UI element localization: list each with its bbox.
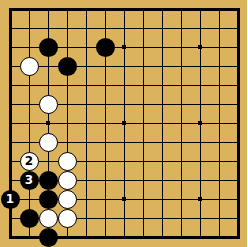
intersection-c10r10[interactable] bbox=[172, 171, 191, 190]
intersection-c13r3[interactable] bbox=[229, 38, 248, 57]
intersection-c6r7[interactable] bbox=[96, 114, 115, 133]
intersection-c13r4[interactable] bbox=[229, 57, 248, 76]
intersection-c6r3[interactable] bbox=[96, 38, 115, 57]
intersection-c2r5[interactable] bbox=[20, 76, 39, 95]
intersection-c4r9[interactable] bbox=[58, 152, 77, 171]
intersection-c2r13[interactable] bbox=[20, 228, 39, 247]
intersection-c9r11[interactable] bbox=[153, 190, 172, 209]
intersection-c8r9[interactable] bbox=[134, 152, 153, 171]
intersection-c5r1[interactable] bbox=[77, 0, 96, 19]
intersection-c3r7[interactable] bbox=[39, 114, 58, 133]
intersection-c4r6[interactable] bbox=[58, 95, 77, 114]
move-number-label: 1 bbox=[6, 193, 14, 205]
intersection-c1r11[interactable]: 1 bbox=[1, 190, 20, 209]
intersection-c12r2[interactable] bbox=[210, 19, 229, 38]
intersection-c5r8[interactable] bbox=[77, 133, 96, 152]
intersection-c5r6[interactable] bbox=[77, 95, 96, 114]
intersection-c11r4[interactable] bbox=[191, 57, 210, 76]
intersection-c11r2[interactable] bbox=[191, 19, 210, 38]
intersection-c9r5[interactable] bbox=[153, 76, 172, 95]
intersection-c6r2[interactable] bbox=[96, 19, 115, 38]
intersection-c7r4[interactable] bbox=[115, 57, 134, 76]
intersection-c7r9[interactable] bbox=[115, 152, 134, 171]
intersection-c4r5[interactable] bbox=[58, 76, 77, 95]
intersection-c10r7[interactable] bbox=[172, 114, 191, 133]
intersection-c11r10[interactable] bbox=[191, 171, 210, 190]
intersection-c5r9[interactable] bbox=[77, 152, 96, 171]
intersection-c8r11[interactable] bbox=[134, 190, 153, 209]
intersection-c4r3[interactable] bbox=[58, 38, 77, 57]
black-stone bbox=[20, 209, 39, 228]
intersection-c9r1[interactable] bbox=[153, 0, 172, 19]
intersection-c10r13[interactable] bbox=[172, 228, 191, 247]
intersection-c12r8[interactable] bbox=[210, 133, 229, 152]
intersection-c9r8[interactable] bbox=[153, 133, 172, 152]
intersection-c4r7[interactable] bbox=[58, 114, 77, 133]
intersection-c11r12[interactable] bbox=[191, 209, 210, 228]
intersection-c8r8[interactable] bbox=[134, 133, 153, 152]
intersection-c6r12[interactable] bbox=[96, 209, 115, 228]
intersection-c8r12[interactable] bbox=[134, 209, 153, 228]
intersection-c1r13[interactable] bbox=[1, 228, 20, 247]
intersection-c4r8[interactable] bbox=[58, 133, 77, 152]
black-stone bbox=[39, 171, 58, 190]
intersection-c5r13[interactable] bbox=[77, 228, 96, 247]
intersection-c5r7[interactable] bbox=[77, 114, 96, 133]
intersection-c1r7[interactable] bbox=[1, 114, 20, 133]
intersection-c10r8[interactable] bbox=[172, 133, 191, 152]
intersection-c10r1[interactable] bbox=[172, 0, 191, 19]
intersection-c8r6[interactable] bbox=[134, 95, 153, 114]
intersection-c3r12[interactable] bbox=[39, 209, 58, 228]
intersection-c10r12[interactable] bbox=[172, 209, 191, 228]
intersection-c11r1[interactable] bbox=[191, 0, 210, 19]
intersection-c13r5[interactable] bbox=[229, 76, 248, 95]
move-number-label: 2 bbox=[25, 155, 33, 167]
white-stone bbox=[58, 209, 77, 228]
intersection-c8r1[interactable] bbox=[134, 0, 153, 19]
intersection-c6r1[interactable] bbox=[96, 0, 115, 19]
intersection-c13r12[interactable] bbox=[229, 209, 248, 228]
intersection-c3r3[interactable] bbox=[39, 38, 58, 57]
intersection-c6r5[interactable] bbox=[96, 76, 115, 95]
black-stone bbox=[39, 228, 58, 247]
intersection-c5r2[interactable] bbox=[77, 19, 96, 38]
white-stone bbox=[39, 133, 58, 152]
intersection-c11r5[interactable] bbox=[191, 76, 210, 95]
intersection-c2r1[interactable] bbox=[20, 0, 39, 19]
intersection-c13r9[interactable] bbox=[229, 152, 248, 171]
black-stone: 3 bbox=[20, 171, 39, 190]
intersection-c1r1[interactable] bbox=[1, 0, 20, 19]
white-stone bbox=[39, 95, 58, 114]
intersection-c3r11[interactable] bbox=[39, 190, 58, 209]
intersection-c13r1[interactable] bbox=[229, 0, 248, 19]
intersection-c6r13[interactable] bbox=[96, 228, 115, 247]
intersection-c12r13[interactable] bbox=[210, 228, 229, 247]
black-stone bbox=[58, 57, 77, 76]
intersection-c9r6[interactable] bbox=[153, 95, 172, 114]
intersection-c7r7[interactable] bbox=[115, 114, 134, 133]
intersection-c12r1[interactable] bbox=[210, 0, 229, 19]
intersection-c12r11[interactable] bbox=[210, 190, 229, 209]
intersection-c9r2[interactable] bbox=[153, 19, 172, 38]
intersection-c6r8[interactable] bbox=[96, 133, 115, 152]
intersection-c9r9[interactable] bbox=[153, 152, 172, 171]
intersection-c13r10[interactable] bbox=[229, 171, 248, 190]
intersection-c8r4[interactable] bbox=[134, 57, 153, 76]
intersection-c3r9[interactable] bbox=[39, 152, 58, 171]
go-board[interactable]: 231 bbox=[1, 0, 248, 247]
black-stone bbox=[39, 38, 58, 57]
intersection-c7r12[interactable] bbox=[115, 209, 134, 228]
intersection-c4r13[interactable] bbox=[58, 228, 77, 247]
intersection-c9r12[interactable] bbox=[153, 209, 172, 228]
intersection-c11r11[interactable] bbox=[191, 190, 210, 209]
white-stone bbox=[58, 190, 77, 209]
intersection-c9r4[interactable] bbox=[153, 57, 172, 76]
intersection-c11r3[interactable] bbox=[191, 38, 210, 57]
intersection-c7r6[interactable] bbox=[115, 95, 134, 114]
intersection-c10r2[interactable] bbox=[172, 19, 191, 38]
intersection-c1r10[interactable] bbox=[1, 171, 20, 190]
intersection-c12r12[interactable] bbox=[210, 209, 229, 228]
intersection-c8r13[interactable] bbox=[134, 228, 153, 247]
intersection-c13r7[interactable] bbox=[229, 114, 248, 133]
intersection-c2r7[interactable] bbox=[20, 114, 39, 133]
black-stone: 1 bbox=[1, 190, 20, 209]
move-number-label: 3 bbox=[25, 174, 33, 186]
intersection-c3r4[interactable] bbox=[39, 57, 58, 76]
intersection-c3r5[interactable] bbox=[39, 76, 58, 95]
intersection-c13r13[interactable] bbox=[229, 228, 248, 247]
intersection-c10r11[interactable] bbox=[172, 190, 191, 209]
intersection-c5r11[interactable] bbox=[77, 190, 96, 209]
intersection-c12r9[interactable] bbox=[210, 152, 229, 171]
intersection-c4r12[interactable] bbox=[58, 209, 77, 228]
white-stone: 2 bbox=[20, 152, 39, 171]
intersection-c1r3[interactable] bbox=[1, 38, 20, 57]
intersection-c3r13[interactable] bbox=[39, 228, 58, 247]
intersection-c4r2[interactable] bbox=[58, 19, 77, 38]
intersection-c9r13[interactable] bbox=[153, 228, 172, 247]
white-stone bbox=[58, 171, 77, 190]
intersection-c10r5[interactable] bbox=[172, 76, 191, 95]
intersection-c13r2[interactable] bbox=[229, 19, 248, 38]
intersection-c7r1[interactable] bbox=[115, 0, 134, 19]
intersection-c2r2[interactable] bbox=[20, 19, 39, 38]
intersection-c1r2[interactable] bbox=[1, 19, 20, 38]
intersection-c13r11[interactable] bbox=[229, 190, 248, 209]
intersection-c1r8[interactable] bbox=[1, 133, 20, 152]
intersection-c8r3[interactable] bbox=[134, 38, 153, 57]
intersection-c4r4[interactable] bbox=[58, 57, 77, 76]
intersection-c3r2[interactable] bbox=[39, 19, 58, 38]
intersection-c2r3[interactable] bbox=[20, 38, 39, 57]
intersection-c7r2[interactable] bbox=[115, 19, 134, 38]
intersection-c12r3[interactable] bbox=[210, 38, 229, 57]
intersection-c1r5[interactable] bbox=[1, 76, 20, 95]
intersection-c10r6[interactable] bbox=[172, 95, 191, 114]
intersection-c6r6[interactable] bbox=[96, 95, 115, 114]
intersection-c1r4[interactable] bbox=[1, 57, 20, 76]
intersection-c10r3[interactable] bbox=[172, 38, 191, 57]
intersection-c12r4[interactable] bbox=[210, 57, 229, 76]
intersection-c7r8[interactable] bbox=[115, 133, 134, 152]
intersection-c8r5[interactable] bbox=[134, 76, 153, 95]
intersection-c1r6[interactable] bbox=[1, 95, 20, 114]
intersection-c7r13[interactable] bbox=[115, 228, 134, 247]
intersection-c4r11[interactable] bbox=[58, 190, 77, 209]
intersection-c13r6[interactable] bbox=[229, 95, 248, 114]
intersection-c9r7[interactable] bbox=[153, 114, 172, 133]
intersection-c2r9[interactable]: 2 bbox=[20, 152, 39, 171]
intersection-c2r4[interactable] bbox=[20, 57, 39, 76]
intersection-c5r10[interactable] bbox=[77, 171, 96, 190]
intersection-c9r3[interactable] bbox=[153, 38, 172, 57]
intersection-c11r7[interactable] bbox=[191, 114, 210, 133]
intersection-c6r9[interactable] bbox=[96, 152, 115, 171]
intersection-c2r10[interactable]: 3 bbox=[20, 171, 39, 190]
intersection-c8r2[interactable] bbox=[134, 19, 153, 38]
intersection-c5r12[interactable] bbox=[77, 209, 96, 228]
intersection-c10r9[interactable] bbox=[172, 152, 191, 171]
intersection-c7r10[interactable] bbox=[115, 171, 134, 190]
intersection-c6r4[interactable] bbox=[96, 57, 115, 76]
intersection-c4r10[interactable] bbox=[58, 171, 77, 190]
intersection-c11r6[interactable] bbox=[191, 95, 210, 114]
intersection-c6r11[interactable] bbox=[96, 190, 115, 209]
intersection-c12r10[interactable] bbox=[210, 171, 229, 190]
intersection-c8r10[interactable] bbox=[134, 171, 153, 190]
intersection-c3r6[interactable] bbox=[39, 95, 58, 114]
intersection-c12r6[interactable] bbox=[210, 95, 229, 114]
black-stone bbox=[96, 38, 115, 57]
intersection-c11r8[interactable] bbox=[191, 133, 210, 152]
white-stone bbox=[39, 209, 58, 228]
intersection-c11r9[interactable] bbox=[191, 152, 210, 171]
intersection-c13r8[interactable] bbox=[229, 133, 248, 152]
intersection-c9r10[interactable] bbox=[153, 171, 172, 190]
intersection-c2r8[interactable] bbox=[20, 133, 39, 152]
intersection-c4r1[interactable] bbox=[58, 0, 77, 19]
white-stone bbox=[58, 152, 77, 171]
intersection-c5r5[interactable] bbox=[77, 76, 96, 95]
intersection-c11r13[interactable] bbox=[191, 228, 210, 247]
intersection-c3r8[interactable] bbox=[39, 133, 58, 152]
intersection-c7r11[interactable] bbox=[115, 190, 134, 209]
go-board-diagram: 231 bbox=[0, 0, 247, 247]
intersection-c2r12[interactable] bbox=[20, 209, 39, 228]
intersection-c1r9[interactable] bbox=[1, 152, 20, 171]
intersection-c3r1[interactable] bbox=[39, 0, 58, 19]
intersection-c10r4[interactable] bbox=[172, 57, 191, 76]
intersection-c8r7[interactable] bbox=[134, 114, 153, 133]
intersection-c7r3[interactable] bbox=[115, 38, 134, 57]
intersection-c12r7[interactable] bbox=[210, 114, 229, 133]
black-stone bbox=[39, 190, 58, 209]
white-stone bbox=[20, 57, 39, 76]
intersection-c1r12[interactable] bbox=[1, 209, 20, 228]
intersection-c5r3[interactable] bbox=[77, 38, 96, 57]
intersection-c7r5[interactable] bbox=[115, 76, 134, 95]
intersection-c2r6[interactable] bbox=[20, 95, 39, 114]
intersection-c2r11[interactable] bbox=[20, 190, 39, 209]
intersection-c12r5[interactable] bbox=[210, 76, 229, 95]
intersection-c3r10[interactable] bbox=[39, 171, 58, 190]
intersection-c6r10[interactable] bbox=[96, 171, 115, 190]
intersection-c5r4[interactable] bbox=[77, 57, 96, 76]
